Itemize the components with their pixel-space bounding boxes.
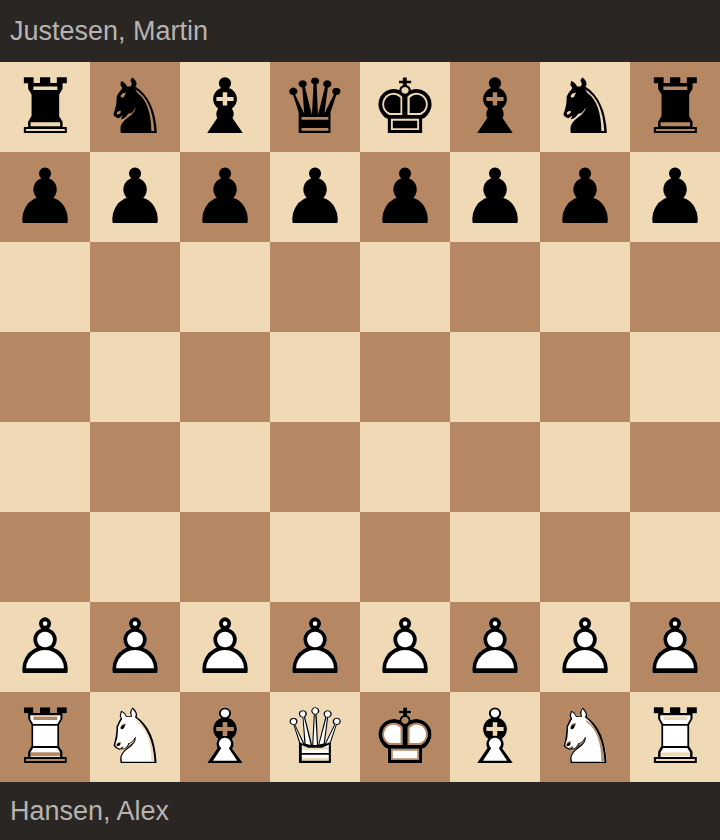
square-b7[interactable]: ♟: [90, 152, 180, 242]
square-g8[interactable]: ♞: [540, 62, 630, 152]
piece-outline-glyph: ♖: [630, 692, 720, 782]
square-h6[interactable]: [630, 242, 720, 332]
square-a3[interactable]: [0, 512, 90, 602]
white-pawn-icon[interactable]: ♟♙: [630, 602, 720, 692]
square-h4[interactable]: [630, 422, 720, 512]
piece-fill-glyph: ♞: [90, 62, 180, 152]
black-pawn-icon[interactable]: ♟: [0, 152, 90, 242]
square-h1[interactable]: ♜♖: [630, 692, 720, 782]
white-queen-icon[interactable]: ♛♕: [270, 692, 360, 782]
square-h3[interactable]: [630, 512, 720, 602]
square-g3[interactable]: [540, 512, 630, 602]
white-king-icon[interactable]: ♚♔: [360, 692, 450, 782]
square-e7[interactable]: ♟: [360, 152, 450, 242]
square-e4[interactable]: [360, 422, 450, 512]
black-bishop-icon[interactable]: ♝: [180, 62, 270, 152]
square-g1[interactable]: ♞♘: [540, 692, 630, 782]
square-b3[interactable]: [90, 512, 180, 602]
chess-board: ♜♞♝♛♚♝♞♜♟♟♟♟♟♟♟♟♟♙♟♙♟♙♟♙♟♙♟♙♟♙♟♙♜♖♞♘♝♗♛♕…: [0, 62, 720, 782]
square-h8[interactable]: ♜: [630, 62, 720, 152]
player-bar: Hansen, Alex: [0, 782, 720, 840]
square-e8[interactable]: ♚: [360, 62, 450, 152]
white-bishop-icon[interactable]: ♝♗: [180, 692, 270, 782]
square-d8[interactable]: ♛: [270, 62, 360, 152]
white-pawn-icon[interactable]: ♟♙: [180, 602, 270, 692]
square-e6[interactable]: [360, 242, 450, 332]
square-g5[interactable]: [540, 332, 630, 422]
square-e3[interactable]: [360, 512, 450, 602]
piece-outline-glyph: ♕: [270, 692, 360, 782]
white-pawn-icon[interactable]: ♟♙: [270, 602, 360, 692]
piece-fill-glyph: ♟: [270, 152, 360, 242]
square-f7[interactable]: ♟: [450, 152, 540, 242]
square-e5[interactable]: [360, 332, 450, 422]
black-pawn-icon[interactable]: ♟: [270, 152, 360, 242]
square-c2[interactable]: ♟♙: [180, 602, 270, 692]
square-f3[interactable]: [450, 512, 540, 602]
piece-fill-glyph: ♜: [630, 62, 720, 152]
black-pawn-icon[interactable]: ♟: [630, 152, 720, 242]
piece-outline-glyph: ♙: [450, 602, 540, 692]
piece-outline-glyph: ♙: [90, 602, 180, 692]
piece-fill-glyph: ♝: [180, 62, 270, 152]
black-rook-icon[interactable]: ♜: [630, 62, 720, 152]
square-c5[interactable]: [180, 332, 270, 422]
square-g4[interactable]: [540, 422, 630, 512]
opponent-name: Justesen, Martin: [10, 16, 208, 47]
white-knight-icon[interactable]: ♞♘: [90, 692, 180, 782]
square-h2[interactable]: ♟♙: [630, 602, 720, 692]
square-c8[interactable]: ♝: [180, 62, 270, 152]
opponent-bar: Justesen, Martin: [0, 0, 720, 62]
square-f4[interactable]: [450, 422, 540, 512]
square-d6[interactable]: [270, 242, 360, 332]
square-f5[interactable]: [450, 332, 540, 422]
square-b1[interactable]: ♞♘: [90, 692, 180, 782]
square-d4[interactable]: [270, 422, 360, 512]
piece-fill-glyph: ♟: [360, 152, 450, 242]
piece-outline-glyph: ♙: [630, 602, 720, 692]
white-rook-icon[interactable]: ♜♖: [0, 692, 90, 782]
square-h5[interactable]: [630, 332, 720, 422]
piece-outline-glyph: ♘: [90, 692, 180, 782]
piece-outline-glyph: ♙: [180, 602, 270, 692]
black-pawn-icon[interactable]: ♟: [90, 152, 180, 242]
piece-fill-glyph: ♛: [270, 62, 360, 152]
piece-fill-glyph: ♟: [540, 152, 630, 242]
white-bishop-icon[interactable]: ♝♗: [450, 692, 540, 782]
white-pawn-icon[interactable]: ♟♙: [90, 602, 180, 692]
piece-fill-glyph: ♟: [180, 152, 270, 242]
piece-fill-glyph: ♞: [540, 62, 630, 152]
square-d3[interactable]: [270, 512, 360, 602]
square-a4[interactable]: [0, 422, 90, 512]
square-d7[interactable]: ♟: [270, 152, 360, 242]
piece-fill-glyph: ♟: [0, 152, 90, 242]
square-e2[interactable]: ♟♙: [360, 602, 450, 692]
square-g7[interactable]: ♟: [540, 152, 630, 242]
square-e1[interactable]: ♚♔: [360, 692, 450, 782]
piece-fill-glyph: ♝: [450, 62, 540, 152]
piece-outline-glyph: ♖: [0, 692, 90, 782]
square-a8[interactable]: ♜: [0, 62, 90, 152]
square-b8[interactable]: ♞: [90, 62, 180, 152]
piece-outline-glyph: ♙: [540, 602, 630, 692]
black-bishop-icon[interactable]: ♝: [450, 62, 540, 152]
white-pawn-icon[interactable]: ♟♙: [360, 602, 450, 692]
piece-fill-glyph: ♟: [450, 152, 540, 242]
square-d2[interactable]: ♟♙: [270, 602, 360, 692]
white-pawn-icon[interactable]: ♟♙: [540, 602, 630, 692]
square-d5[interactable]: [270, 332, 360, 422]
square-b6[interactable]: [90, 242, 180, 332]
square-f2[interactable]: ♟♙: [450, 602, 540, 692]
piece-outline-glyph: ♗: [450, 692, 540, 782]
piece-fill-glyph: ♟: [630, 152, 720, 242]
square-a2[interactable]: ♟♙: [0, 602, 90, 692]
player-name: Hansen, Alex: [10, 796, 169, 827]
square-h7[interactable]: ♟: [630, 152, 720, 242]
square-f8[interactable]: ♝: [450, 62, 540, 152]
black-pawn-icon[interactable]: ♟: [360, 152, 450, 242]
piece-outline-glyph: ♙: [0, 602, 90, 692]
black-knight-icon[interactable]: ♞: [540, 62, 630, 152]
square-g2[interactable]: ♟♙: [540, 602, 630, 692]
black-pawn-icon[interactable]: ♟: [540, 152, 630, 242]
white-pawn-icon[interactable]: ♟♙: [0, 602, 90, 692]
piece-outline-glyph: ♘: [540, 692, 630, 782]
black-rook-icon[interactable]: ♜: [0, 62, 90, 152]
piece-outline-glyph: ♗: [180, 692, 270, 782]
black-pawn-icon[interactable]: ♟: [180, 152, 270, 242]
piece-outline-glyph: ♙: [270, 602, 360, 692]
square-a1[interactable]: ♜♖: [0, 692, 90, 782]
square-b2[interactable]: ♟♙: [90, 602, 180, 692]
black-knight-icon[interactable]: ♞: [90, 62, 180, 152]
black-pawn-icon[interactable]: ♟: [450, 152, 540, 242]
black-queen-icon[interactable]: ♛: [270, 62, 360, 152]
square-a5[interactable]: [0, 332, 90, 422]
square-c4[interactable]: [180, 422, 270, 512]
piece-fill-glyph: ♜: [0, 62, 90, 152]
square-c7[interactable]: ♟: [180, 152, 270, 242]
square-g6[interactable]: [540, 242, 630, 332]
black-king-icon[interactable]: ♚: [360, 62, 450, 152]
white-rook-icon[interactable]: ♜♖: [630, 692, 720, 782]
square-f1[interactable]: ♝♗: [450, 692, 540, 782]
piece-outline-glyph: ♙: [360, 602, 450, 692]
square-b4[interactable]: [90, 422, 180, 512]
white-knight-icon[interactable]: ♞♘: [540, 692, 630, 782]
piece-fill-glyph: ♚: [360, 62, 450, 152]
square-a7[interactable]: ♟: [0, 152, 90, 242]
piece-outline-glyph: ♔: [360, 692, 450, 782]
chess-game-view: Justesen, Martin ♜♞♝♛♚♝♞♜♟♟♟♟♟♟♟♟♟♙♟♙♟♙♟…: [0, 0, 720, 840]
square-f6[interactable]: [450, 242, 540, 332]
white-pawn-icon[interactable]: ♟♙: [450, 602, 540, 692]
square-c1[interactable]: ♝♗: [180, 692, 270, 782]
square-c3[interactable]: [180, 512, 270, 602]
square-b5[interactable]: [90, 332, 180, 422]
square-c6[interactable]: [180, 242, 270, 332]
square-a6[interactable]: [0, 242, 90, 332]
piece-fill-glyph: ♟: [90, 152, 180, 242]
square-d1[interactable]: ♛♕: [270, 692, 360, 782]
